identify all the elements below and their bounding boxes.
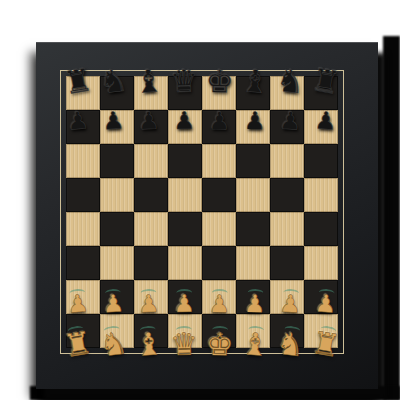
- black-pawn-a7: ♟: [66, 108, 89, 134]
- white-knight-b1: ♞: [98, 327, 129, 361]
- square-g7[interactable]: ♟: [270, 110, 304, 144]
- square-f7[interactable]: ♟: [236, 110, 270, 144]
- white-pawn-e2: ♟: [209, 292, 231, 316]
- square-c7[interactable]: ♟: [134, 110, 168, 144]
- black-queen-d8: ♛: [170, 65, 199, 97]
- square-d8[interactable]: ♛: [168, 76, 202, 110]
- white-knight-g1: ♞: [275, 327, 306, 361]
- square-e4[interactable]: [202, 212, 236, 246]
- square-a4[interactable]: [66, 212, 100, 246]
- square-f1[interactable]: ♝: [236, 314, 270, 348]
- square-c5[interactable]: [134, 178, 168, 212]
- black-bishop-f8: ♝: [240, 65, 270, 98]
- white-rook-h1: ♜: [310, 326, 343, 361]
- white-bishop-c1: ♝: [134, 328, 164, 361]
- square-d7[interactable]: ♟: [168, 110, 202, 144]
- white-bishop-f1: ♝: [240, 328, 270, 361]
- square-c2[interactable]: ♟: [134, 280, 168, 314]
- square-e2[interactable]: ♟: [202, 280, 236, 314]
- square-h4[interactable]: [304, 212, 338, 246]
- square-g3[interactable]: [270, 246, 304, 280]
- square-a3[interactable]: [66, 246, 100, 280]
- white-pawn-c2: ♟: [138, 292, 160, 317]
- photo-background: ♜♞♝♛♚♝♞♜♟♟♟♟♟♟♟♟♟♟♟♟♟♟♟♟♜♞♝♛♚♝♞♜: [0, 0, 400, 400]
- square-b3[interactable]: [100, 246, 134, 280]
- square-f5[interactable]: [236, 178, 270, 212]
- square-h3[interactable]: [304, 246, 338, 280]
- black-rook-h8: ♜: [310, 63, 343, 98]
- square-c1[interactable]: ♝: [134, 314, 168, 348]
- playing-area: ♜♞♝♛♚♝♞♜♟♟♟♟♟♟♟♟♟♟♟♟♟♟♟♟♜♞♝♛♚♝♞♜: [66, 76, 338, 348]
- square-d6[interactable]: [168, 144, 202, 178]
- square-a6[interactable]: [66, 144, 100, 178]
- square-b6[interactable]: [100, 144, 134, 178]
- white-pawn-g2: ♟: [279, 291, 302, 316]
- square-a1[interactable]: ♜: [66, 314, 100, 348]
- square-f6[interactable]: [236, 144, 270, 178]
- black-pawn-e7: ♟: [209, 109, 231, 133]
- square-g4[interactable]: [270, 212, 304, 246]
- square-b5[interactable]: [100, 178, 134, 212]
- white-pawn-b2: ♟: [102, 291, 125, 316]
- black-pawn-h7: ♟: [314, 108, 337, 134]
- square-g1[interactable]: ♞: [270, 314, 304, 348]
- square-h8[interactable]: ♜: [304, 76, 338, 110]
- square-f8[interactable]: ♝: [236, 76, 270, 110]
- square-h6[interactable]: [304, 144, 338, 178]
- chess-board: ♜♞♝♛♚♝♞♜♟♟♟♟♟♟♟♟♟♟♟♟♟♟♟♟♜♞♝♛♚♝♞♜: [36, 42, 378, 389]
- square-d4[interactable]: [168, 212, 202, 246]
- square-d1[interactable]: ♛: [168, 314, 202, 348]
- white-queen-d1: ♛: [170, 328, 199, 360]
- black-pawn-f7: ♟: [244, 109, 266, 134]
- white-pawn-d2: ♟: [173, 292, 195, 316]
- white-pawn-a2: ♟: [66, 291, 89, 317]
- black-king-e8: ♚: [205, 65, 234, 97]
- black-knight-b8: ♞: [98, 64, 129, 98]
- black-pawn-b7: ♟: [102, 108, 125, 133]
- square-b8[interactable]: ♞: [100, 76, 134, 110]
- square-h7[interactable]: ♟: [304, 110, 338, 144]
- black-pawn-g7: ♟: [279, 108, 302, 133]
- black-pawn-c7: ♟: [138, 109, 160, 134]
- white-pawn-h2: ♟: [314, 291, 337, 317]
- square-e1[interactable]: ♚: [202, 314, 236, 348]
- square-a2[interactable]: ♟: [66, 280, 100, 314]
- black-rook-a8: ♜: [62, 63, 95, 98]
- square-h2[interactable]: ♟: [304, 280, 338, 314]
- backdrop-shadow-right: [383, 36, 400, 400]
- white-rook-a1: ♜: [62, 326, 95, 361]
- square-b7[interactable]: ♟: [100, 110, 134, 144]
- square-e3[interactable]: [202, 246, 236, 280]
- black-pawn-d7: ♟: [173, 109, 195, 133]
- square-e7[interactable]: ♟: [202, 110, 236, 144]
- square-b4[interactable]: [100, 212, 134, 246]
- square-h5[interactable]: [304, 178, 338, 212]
- square-f3[interactable]: [236, 246, 270, 280]
- square-g5[interactable]: [270, 178, 304, 212]
- black-bishop-c8: ♝: [134, 65, 164, 98]
- square-d2[interactable]: ♟: [168, 280, 202, 314]
- square-e6[interactable]: [202, 144, 236, 178]
- square-c6[interactable]: [134, 144, 168, 178]
- square-g6[interactable]: [270, 144, 304, 178]
- square-d3[interactable]: [168, 246, 202, 280]
- square-c3[interactable]: [134, 246, 168, 280]
- square-c4[interactable]: [134, 212, 168, 246]
- square-f2[interactable]: ♟: [236, 280, 270, 314]
- white-pawn-f2: ♟: [244, 292, 266, 317]
- square-a8[interactable]: ♜: [66, 76, 100, 110]
- square-d5[interactable]: [168, 178, 202, 212]
- black-knight-g8: ♞: [275, 64, 306, 98]
- square-e8[interactable]: ♚: [202, 76, 236, 110]
- square-g2[interactable]: ♟: [270, 280, 304, 314]
- white-king-e1: ♚: [205, 328, 234, 360]
- square-h1[interactable]: ♜: [304, 314, 338, 348]
- square-e5[interactable]: [202, 178, 236, 212]
- square-b1[interactable]: ♞: [100, 314, 134, 348]
- square-f4[interactable]: [236, 212, 270, 246]
- square-b2[interactable]: ♟: [100, 280, 134, 314]
- square-g8[interactable]: ♞: [270, 76, 304, 110]
- square-c8[interactable]: ♝: [134, 76, 168, 110]
- square-a7[interactable]: ♟: [66, 110, 100, 144]
- square-a5[interactable]: [66, 178, 100, 212]
